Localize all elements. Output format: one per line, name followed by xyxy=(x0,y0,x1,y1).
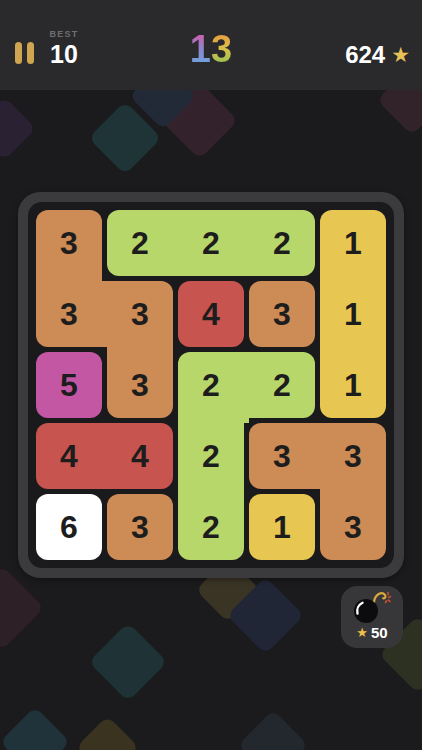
tile-3[interactable]: 3 xyxy=(320,494,386,560)
tile-number: 3 xyxy=(36,210,102,276)
tile-3[interactable]: 3 xyxy=(107,352,173,418)
score-value: 624 xyxy=(345,41,385,69)
star-icon: ★ xyxy=(391,43,410,67)
tile-number: 1 xyxy=(320,210,386,276)
tile-number: 3 xyxy=(36,281,102,347)
tile-number: 3 xyxy=(249,423,315,489)
tile-number: 1 xyxy=(249,494,315,560)
tile-number: 2 xyxy=(178,352,244,418)
tile-3[interactable]: 3 xyxy=(249,423,320,489)
tile-6[interactable]: 6 xyxy=(36,494,102,560)
tile-3[interactable]: 3 xyxy=(249,281,315,347)
tile-number: 4 xyxy=(107,423,173,489)
phone-screen: BEST 10 13 624 ★ 32221334315322144233632… xyxy=(0,0,422,750)
tile-number: 1 xyxy=(320,352,386,418)
background-diamond xyxy=(238,710,309,750)
bomb-icon xyxy=(352,589,392,625)
tile-number: 3 xyxy=(249,281,315,347)
tile-3[interactable]: 3 xyxy=(320,423,386,494)
tile-number: 6 xyxy=(36,494,102,560)
tile-number: 3 xyxy=(320,423,386,489)
bomb-cost-value: 50 xyxy=(371,624,388,641)
background-diamond xyxy=(0,566,44,651)
level-digit-2: 3 xyxy=(211,28,232,70)
background-diamond xyxy=(0,707,70,750)
tile-5[interactable]: 5 xyxy=(36,352,102,418)
tile-number: 3 xyxy=(320,494,386,560)
tile-number: 4 xyxy=(178,281,244,347)
bomb-button[interactable]: ★ 50 xyxy=(341,586,403,648)
tile-1[interactable]: 1 xyxy=(249,494,315,560)
tile-2[interactable]: 2 xyxy=(178,423,244,494)
tile-3[interactable]: 3 xyxy=(36,281,107,347)
tile-number: 4 xyxy=(36,423,102,489)
bomb-cost-star-icon: ★ xyxy=(356,625,368,640)
tile-number: 1 xyxy=(320,281,386,347)
tile-number: 5 xyxy=(36,352,102,418)
level-digit-1: 1 xyxy=(190,28,211,70)
top-bar: BEST 10 13 624 ★ xyxy=(0,0,422,90)
tile-number: 2 xyxy=(178,494,244,560)
tile-number: 2 xyxy=(249,352,315,418)
tile-2[interactable]: 2 xyxy=(249,210,315,276)
tile-2[interactable]: 2 xyxy=(178,352,249,423)
tile-3[interactable]: 3 xyxy=(36,210,102,281)
board: 3222133431532214423363213 xyxy=(18,192,404,578)
tile-4[interactable]: 4 xyxy=(107,423,173,489)
background-diamond xyxy=(76,716,140,750)
tile-2[interactable]: 2 xyxy=(178,494,244,560)
tile-number: 2 xyxy=(107,210,173,276)
tile-3[interactable]: 3 xyxy=(107,281,173,352)
tile-3[interactable]: 3 xyxy=(107,494,173,560)
tile-number: 3 xyxy=(107,352,173,418)
background-diamond xyxy=(0,97,36,161)
tile-number: 2 xyxy=(178,423,244,489)
bomb-cost: ★ 50 xyxy=(341,624,403,641)
tile-2[interactable]: 2 xyxy=(249,352,315,418)
tile-2[interactable]: 2 xyxy=(178,210,249,276)
tile-1[interactable]: 1 xyxy=(320,281,386,352)
tile-number: 2 xyxy=(249,210,315,276)
tile-number: 2 xyxy=(178,210,244,276)
background-diamond xyxy=(88,622,167,701)
tile-4[interactable]: 4 xyxy=(178,281,244,347)
tile-1[interactable]: 1 xyxy=(320,210,386,281)
tile-4[interactable]: 4 xyxy=(36,423,107,489)
tile-number: 3 xyxy=(107,281,173,347)
board-tiles: 3222133431532214423363213 xyxy=(18,192,404,578)
tile-number: 3 xyxy=(107,494,173,560)
star-score: 624 ★ xyxy=(345,41,410,69)
tile-2[interactable]: 2 xyxy=(107,210,178,276)
tile-1[interactable]: 1 xyxy=(320,352,386,418)
